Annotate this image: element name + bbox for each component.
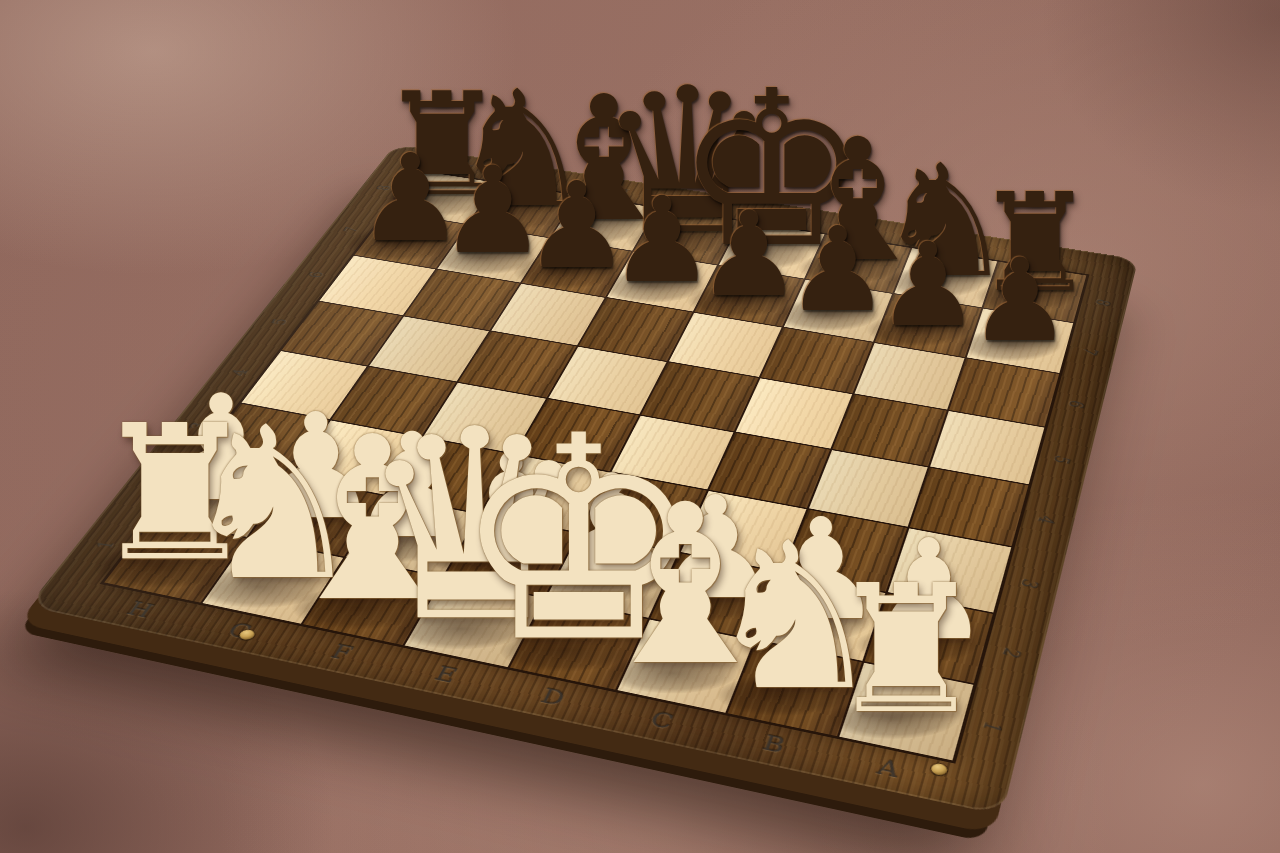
photo-scene: HGFEDCBA HGFEDCBA 87654321 87654321 ♜♞♝♛…	[0, 0, 1280, 853]
file-label-a: A	[874, 755, 902, 782]
rank-label-7: 7	[1078, 346, 1102, 357]
file-label-far-c: C	[863, 224, 882, 237]
rank-label-4: 4	[1033, 513, 1059, 526]
file-label-far-h: H	[454, 161, 476, 173]
chess-board: HGFEDCBA HGFEDCBA 87654321 87654321	[28, 144, 1139, 815]
rank-label-6: 6	[1064, 398, 1089, 410]
file-label-far-d: D	[778, 211, 798, 224]
file-label-far-g: G	[533, 174, 553, 186]
rank-label-3: 3	[1016, 577, 1043, 591]
rank-label-8: 8	[1092, 297, 1115, 307]
file-label-e: E	[431, 662, 462, 687]
rank-label-7: 7	[340, 226, 362, 233]
rank-label-2: 2	[140, 478, 166, 488]
rank-label-8: 8	[373, 184, 394, 191]
file-label-far-f: F	[614, 186, 632, 198]
file-label-far-b: B	[949, 238, 967, 251]
file-label-b: B	[759, 731, 788, 758]
file-label-h: H	[122, 598, 158, 622]
rank-label-1: 1	[978, 719, 1007, 736]
rank-label-6: 6	[304, 270, 327, 278]
rank-label-3: 3	[185, 421, 210, 431]
rank-label-5: 5	[1049, 454, 1074, 467]
file-label-far-a: A	[1036, 251, 1053, 264]
rank-label-4: 4	[227, 368, 251, 377]
file-label-f: F	[326, 641, 356, 665]
file-label-d: D	[537, 685, 569, 711]
board-squares	[104, 171, 1086, 761]
rank-label-1: 1	[91, 539, 118, 550]
file-label-far-e: E	[695, 199, 714, 211]
file-label-c: C	[647, 708, 677, 734]
rank-label-5: 5	[267, 318, 290, 326]
rank-label-2: 2	[998, 645, 1026, 661]
